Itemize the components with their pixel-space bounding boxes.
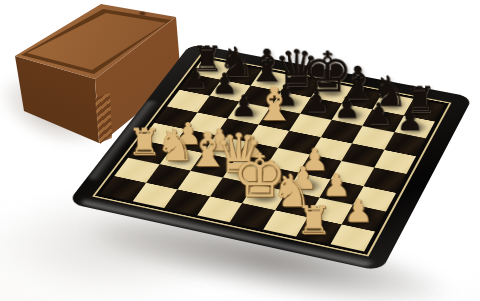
- white-bishop: ♝: [254, 83, 295, 127]
- black-pawn: ♟: [182, 64, 208, 91]
- white-pawn: ♟: [345, 196, 373, 226]
- square-b1: [132, 182, 177, 208]
- black-pawn: ♟: [334, 94, 360, 122]
- black-pawn: ♟: [366, 100, 393, 128]
- black-pawn: ♟: [397, 106, 424, 134]
- scene: ♜♞♝♛♚♝♞♜♟♟♟♟♟♟♟♟♝♟♟♟♟♜♞♝♛♟♟♟♚♞♟♜: [0, 0, 480, 301]
- white-rook: ♜: [296, 202, 331, 240]
- square-a1: [100, 176, 146, 201]
- black-pawn: ♟: [303, 88, 329, 116]
